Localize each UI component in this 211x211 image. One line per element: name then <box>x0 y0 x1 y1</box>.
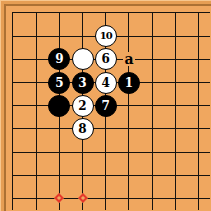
board-intersection <box>25 94 48 117</box>
grid-line-h <box>12 175 24 176</box>
grid-line-v <box>59 25 60 48</box>
grid-line-v <box>128 12 129 24</box>
grid-line-v <box>175 141 176 164</box>
board-intersection: 10 <box>94 25 117 48</box>
grid-line-h <box>12 198 24 199</box>
grid-line-v <box>82 25 83 48</box>
board-intersection <box>48 164 71 187</box>
board-intersection <box>164 164 187 187</box>
board-intersection <box>1 187 24 210</box>
board-intersection <box>48 94 71 117</box>
move-number: 5 <box>55 77 63 89</box>
grid-line-v <box>12 141 13 164</box>
board-intersection <box>1 164 24 187</box>
grid-line-v <box>128 187 129 210</box>
move-number: 10 <box>100 31 112 41</box>
board-intersection <box>94 164 117 187</box>
move-number: 1 <box>125 77 133 89</box>
grid-line-v <box>198 94 199 117</box>
board-intersection <box>94 141 117 164</box>
board-intersection <box>164 1 187 24</box>
grid-line-v <box>198 117 199 140</box>
board-intersection <box>71 141 94 164</box>
board-intersection <box>117 141 140 164</box>
grid-line-v <box>82 12 83 24</box>
board-intersection <box>71 48 94 71</box>
grid-line-v <box>152 141 153 164</box>
board-intersection <box>187 48 210 71</box>
grid-line-v <box>198 164 199 187</box>
move-number: 9 <box>55 53 63 65</box>
move-number: 8 <box>78 123 86 135</box>
board-intersection <box>117 1 140 24</box>
grid-line-v <box>152 117 153 140</box>
grid-line-v <box>36 187 37 210</box>
grid-line-v <box>175 25 176 48</box>
grid-line-v <box>36 25 37 48</box>
board-intersection <box>141 94 164 117</box>
grid-line-v <box>12 164 13 187</box>
board-intersection <box>141 48 164 71</box>
board-intersection <box>187 187 210 210</box>
white-stone-6: 6 <box>95 48 117 70</box>
grid-line-v <box>36 12 37 24</box>
black-stone-7: 7 <box>95 95 117 117</box>
board-intersection <box>141 187 164 210</box>
grid-line-v <box>82 141 83 164</box>
grid-line-v <box>12 71 13 94</box>
move-number: 6 <box>102 53 110 65</box>
board-intersection <box>48 117 71 140</box>
grid-line-v <box>128 25 129 48</box>
board-intersection <box>117 25 140 48</box>
board-intersection <box>1 1 24 24</box>
grid-line-v <box>198 48 199 71</box>
white-stone-10: 10 <box>95 25 117 47</box>
grid-line-v <box>152 71 153 94</box>
board-intersection <box>1 94 24 117</box>
board-intersection <box>187 1 210 24</box>
grid-line-v <box>128 141 129 164</box>
board-intersection: 2 <box>71 94 94 117</box>
board-intersection: 1 <box>117 71 140 94</box>
board-intersection <box>117 94 140 117</box>
board-intersection <box>164 117 187 140</box>
grid-line-v <box>175 48 176 71</box>
grid-line-v <box>128 94 129 117</box>
board-intersection <box>141 25 164 48</box>
board-intersection <box>25 141 48 164</box>
grid-line-v <box>128 164 129 187</box>
grid-line-v <box>59 117 60 140</box>
grid-line-h <box>12 105 24 106</box>
board-intersection <box>141 117 164 140</box>
grid-line-v <box>175 117 176 140</box>
board-intersection: 4 <box>94 71 117 94</box>
grid-line-v <box>175 164 176 187</box>
white-stone <box>72 48 94 70</box>
board-intersection <box>71 1 94 24</box>
grid-line-v <box>152 187 153 210</box>
grid-line-v <box>105 12 106 24</box>
board-intersection: 9 <box>48 48 71 71</box>
board-intersection <box>1 25 24 48</box>
board-intersection <box>1 117 24 140</box>
board-intersection <box>117 117 140 140</box>
grid-line-v <box>36 117 37 140</box>
board-intersection: 7 <box>94 94 117 117</box>
board-intersection <box>25 187 48 210</box>
board-intersection: 5 <box>48 71 71 94</box>
board-intersection <box>48 1 71 24</box>
grid-line-v <box>175 71 176 94</box>
board-intersection <box>164 25 187 48</box>
board-intersection <box>25 117 48 140</box>
go-diagram: 1096a5341278 <box>0 0 211 211</box>
black-stone-5: 5 <box>48 72 70 94</box>
board-intersection <box>71 164 94 187</box>
grid-line-v <box>198 12 199 24</box>
black-stone-9: 9 <box>48 48 70 70</box>
board-intersection <box>164 141 187 164</box>
grid-line-h <box>12 82 24 83</box>
grid-line-v <box>105 141 106 164</box>
board-intersection <box>187 141 210 164</box>
grid-line-h <box>12 12 24 13</box>
grid-line-v <box>105 164 106 187</box>
board-intersection <box>117 164 140 187</box>
board-intersection <box>48 25 71 48</box>
grid-line-h <box>12 36 24 37</box>
grid-line-v <box>128 117 129 140</box>
grid-line-v <box>12 187 13 210</box>
board-intersection <box>25 48 48 71</box>
board-intersection <box>1 141 24 164</box>
board-intersection: 3 <box>71 71 94 94</box>
board-intersection <box>141 71 164 94</box>
board-intersection <box>25 71 48 94</box>
board-intersection <box>187 117 210 140</box>
grid-line-v <box>59 12 60 24</box>
grid-line-h <box>12 59 24 60</box>
board-intersection <box>1 71 24 94</box>
grid-line-v <box>152 164 153 187</box>
board-intersection <box>117 187 140 210</box>
board-intersection: 8 <box>71 117 94 140</box>
board-intersection <box>94 117 117 140</box>
white-stone-4: 4 <box>95 72 117 94</box>
board-intersection: a <box>117 48 140 71</box>
board-intersection <box>141 164 164 187</box>
board-intersection <box>164 48 187 71</box>
move-number: 3 <box>78 77 86 89</box>
board-intersection <box>94 187 117 210</box>
grid-line-v <box>59 164 60 187</box>
board-intersection <box>164 94 187 117</box>
board-intersection <box>71 187 94 210</box>
grid-line-v <box>12 117 13 140</box>
diamond-marker-icon <box>54 194 64 204</box>
board-intersection <box>48 187 71 210</box>
move-number: 7 <box>102 100 110 112</box>
grid-line-v <box>198 71 199 94</box>
board-intersection <box>187 94 210 117</box>
grid-line-v <box>198 141 199 164</box>
board-intersection <box>164 71 187 94</box>
board-intersection <box>25 25 48 48</box>
grid-line-v <box>12 12 13 24</box>
diamond-marker-icon <box>78 194 88 204</box>
white-stone-2: 2 <box>72 95 94 117</box>
grid-line-v <box>105 187 106 210</box>
grid-line-v <box>152 94 153 117</box>
board-intersection <box>187 164 210 187</box>
board-intersection <box>187 25 210 48</box>
board-intersection <box>1 48 24 71</box>
grid-line-v <box>175 94 176 117</box>
grid-line-h <box>12 128 24 129</box>
grid-line-v <box>105 117 106 140</box>
board-intersection <box>48 141 71 164</box>
move-number: 2 <box>78 100 86 112</box>
grid-line-v <box>82 164 83 187</box>
board-intersection <box>187 71 210 94</box>
grid-line-v <box>59 141 60 164</box>
board-intersection: 6 <box>94 48 117 71</box>
board-intersection <box>94 1 117 24</box>
point-label-a: a <box>123 52 135 66</box>
grid-line-v <box>36 48 37 71</box>
board-intersection <box>25 164 48 187</box>
grid-line-v <box>36 164 37 187</box>
black-stone-3: 3 <box>72 72 94 94</box>
board-intersection <box>141 1 164 24</box>
grid-line-v <box>152 12 153 24</box>
black-stone <box>48 95 70 117</box>
go-board-grid: 1096a5341278 <box>1 1 210 210</box>
grid-line-v <box>198 25 199 48</box>
grid-line-v <box>36 71 37 94</box>
grid-line-v <box>36 141 37 164</box>
grid-line-v <box>12 94 13 117</box>
grid-line-v <box>152 25 153 48</box>
grid-line-v <box>12 48 13 71</box>
grid-line-v <box>175 187 176 210</box>
black-stone-1: 1 <box>118 72 140 94</box>
move-number: 4 <box>102 77 110 89</box>
grid-line-v <box>12 25 13 48</box>
grid-line-v <box>175 12 176 24</box>
board-intersection <box>71 25 94 48</box>
board-intersection <box>164 187 187 210</box>
grid-line-v <box>152 48 153 71</box>
board-intersection <box>141 141 164 164</box>
board-intersection <box>25 1 48 24</box>
white-stone-8: 8 <box>72 118 94 140</box>
grid-line-h <box>12 152 24 153</box>
grid-line-v <box>36 94 37 117</box>
grid-line-v <box>198 187 199 210</box>
